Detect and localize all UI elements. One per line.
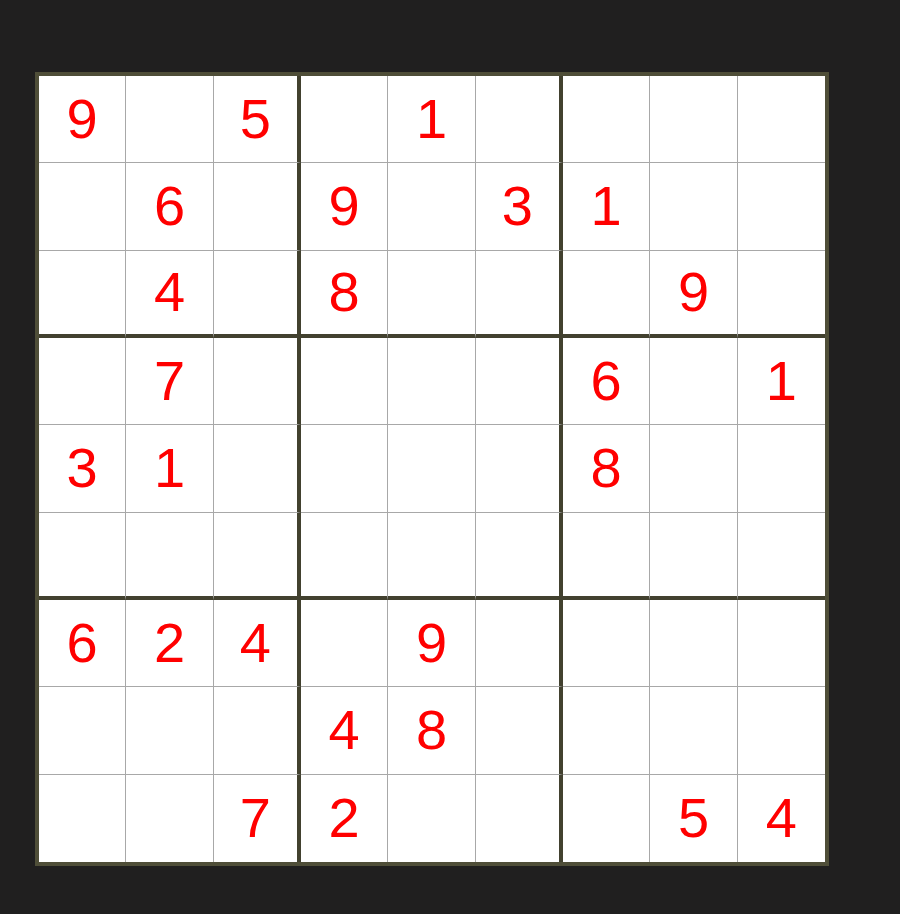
sudoku-cell-r1c9[interactable]: [738, 76, 825, 163]
sudoku-cell-r5c3[interactable]: [214, 425, 301, 512]
sudoku-cell-r3c7[interactable]: [563, 251, 650, 338]
sudoku-cell-r7c3[interactable]: 4: [214, 600, 301, 687]
sudoku-cell-r8c2[interactable]: [126, 687, 213, 774]
cell-digit: 8: [416, 702, 447, 758]
sudoku-cell-r7c1[interactable]: 6: [39, 600, 126, 687]
sudoku-cell-r6c7[interactable]: [563, 513, 650, 600]
sudoku-cell-r5c2[interactable]: 1: [126, 425, 213, 512]
sudoku-cell-r2c1[interactable]: [39, 163, 126, 250]
sudoku-cell-r2c3[interactable]: [214, 163, 301, 250]
sudoku-cell-r4c6[interactable]: [476, 338, 563, 425]
cell-digit: 9: [678, 264, 709, 320]
sudoku-cell-r5c1[interactable]: 3: [39, 425, 126, 512]
cell-digit: 7: [154, 353, 185, 409]
sudoku-cell-r3c5[interactable]: [388, 251, 475, 338]
cell-digit: 8: [591, 440, 622, 496]
sudoku-cell-r4c3[interactable]: [214, 338, 301, 425]
cell-digit: 3: [502, 178, 533, 234]
sudoku-cell-r1c2[interactable]: [126, 76, 213, 163]
cell-digit: 6: [591, 353, 622, 409]
sudoku-cell-r2c2[interactable]: 6: [126, 163, 213, 250]
sudoku-cell-r3c4[interactable]: 8: [301, 251, 388, 338]
sudoku-cell-r5c7[interactable]: 8: [563, 425, 650, 512]
sudoku-cell-r2c7[interactable]: 1: [563, 163, 650, 250]
sudoku-board: 95169314897613186249487254: [35, 72, 829, 866]
sudoku-cell-r5c9[interactable]: [738, 425, 825, 512]
sudoku-cell-r4c5[interactable]: [388, 338, 475, 425]
sudoku-cell-r5c5[interactable]: [388, 425, 475, 512]
cell-digit: 1: [766, 353, 797, 409]
sudoku-cell-r7c5[interactable]: 9: [388, 600, 475, 687]
sudoku-cell-r6c8[interactable]: [650, 513, 737, 600]
sudoku-cell-r3c3[interactable]: [214, 251, 301, 338]
sudoku-cell-r2c6[interactable]: 3: [476, 163, 563, 250]
sudoku-cell-r4c1[interactable]: [39, 338, 126, 425]
sudoku-cell-r7c6[interactable]: [476, 600, 563, 687]
sudoku-cell-r3c9[interactable]: [738, 251, 825, 338]
sudoku-cell-r2c8[interactable]: [650, 163, 737, 250]
sudoku-cell-r8c8[interactable]: [650, 687, 737, 774]
sudoku-cell-r9c7[interactable]: [563, 775, 650, 862]
sudoku-cell-r2c5[interactable]: [388, 163, 475, 250]
cell-digit: 4: [766, 790, 797, 846]
sudoku-cell-r3c8[interactable]: 9: [650, 251, 737, 338]
sudoku-cell-r4c4[interactable]: [301, 338, 388, 425]
sudoku-cell-r9c3[interactable]: 7: [214, 775, 301, 862]
sudoku-cell-r9c9[interactable]: 4: [738, 775, 825, 862]
sudoku-cell-r1c1[interactable]: 9: [39, 76, 126, 163]
sudoku-cell-r6c9[interactable]: [738, 513, 825, 600]
sudoku-cell-r3c1[interactable]: [39, 251, 126, 338]
sudoku-cell-r8c9[interactable]: [738, 687, 825, 774]
sudoku-cell-r1c5[interactable]: 1: [388, 76, 475, 163]
sudoku-cell-r8c7[interactable]: [563, 687, 650, 774]
sudoku-cell-r7c9[interactable]: [738, 600, 825, 687]
sudoku-cell-r5c4[interactable]: [301, 425, 388, 512]
sudoku-cell-r7c2[interactable]: 2: [126, 600, 213, 687]
sudoku-cell-r4c8[interactable]: [650, 338, 737, 425]
sudoku-cell-r9c6[interactable]: [476, 775, 563, 862]
cell-digit: 4: [154, 264, 185, 320]
sudoku-cell-r5c6[interactable]: [476, 425, 563, 512]
sudoku-cell-r6c3[interactable]: [214, 513, 301, 600]
sudoku-cell-r1c8[interactable]: [650, 76, 737, 163]
sudoku-cell-r6c5[interactable]: [388, 513, 475, 600]
sudoku-cell-r6c4[interactable]: [301, 513, 388, 600]
sudoku-cell-r7c4[interactable]: [301, 600, 388, 687]
cell-digit: 8: [329, 264, 360, 320]
sudoku-cell-r9c8[interactable]: 5: [650, 775, 737, 862]
cell-digit: 6: [154, 178, 185, 234]
cell-digit: 4: [240, 615, 271, 671]
sudoku-cell-r1c7[interactable]: [563, 76, 650, 163]
cell-digit: 5: [240, 91, 271, 147]
cell-digit: 1: [591, 178, 622, 234]
cell-digit: 3: [67, 440, 98, 496]
sudoku-cell-r8c3[interactable]: [214, 687, 301, 774]
sudoku-cell-r6c2[interactable]: [126, 513, 213, 600]
sudoku-cell-r5c8[interactable]: [650, 425, 737, 512]
cell-digit: 9: [329, 178, 360, 234]
sudoku-cell-r4c2[interactable]: 7: [126, 338, 213, 425]
sudoku-cell-r4c7[interactable]: 6: [563, 338, 650, 425]
sudoku-cell-r7c7[interactable]: [563, 600, 650, 687]
cell-digit: 9: [416, 615, 447, 671]
sudoku-cell-r9c5[interactable]: [388, 775, 475, 862]
cell-digit: 1: [154, 440, 185, 496]
sudoku-cell-r8c4[interactable]: 4: [301, 687, 388, 774]
sudoku-cell-r9c2[interactable]: [126, 775, 213, 862]
sudoku-cell-r6c6[interactable]: [476, 513, 563, 600]
cell-digit: 7: [240, 790, 271, 846]
sudoku-cell-r1c4[interactable]: [301, 76, 388, 163]
cell-digit: 2: [329, 790, 360, 846]
sudoku-cell-r8c5[interactable]: 8: [388, 687, 475, 774]
sudoku-cell-r4c9[interactable]: 1: [738, 338, 825, 425]
cell-digit: 2: [154, 615, 185, 671]
sudoku-cell-r3c2[interactable]: 4: [126, 251, 213, 338]
sudoku-cell-r9c4[interactable]: 2: [301, 775, 388, 862]
cell-digit: 6: [67, 615, 98, 671]
sudoku-cell-r1c3[interactable]: 5: [214, 76, 301, 163]
sudoku-cell-r2c9[interactable]: [738, 163, 825, 250]
sudoku-cell-r3c6[interactable]: [476, 251, 563, 338]
cell-digit: 4: [329, 702, 360, 758]
sudoku-cell-r1c6[interactable]: [476, 76, 563, 163]
cell-digit: 5: [678, 790, 709, 846]
sudoku-cell-r8c6[interactable]: [476, 687, 563, 774]
cell-digit: 1: [416, 91, 447, 147]
sudoku-cell-r9c1[interactable]: [39, 775, 126, 862]
sudoku-cell-r8c1[interactable]: [39, 687, 126, 774]
sudoku-cell-r2c4[interactable]: 9: [301, 163, 388, 250]
cell-digit: 9: [67, 91, 98, 147]
sudoku-cell-r6c1[interactable]: [39, 513, 126, 600]
sudoku-cell-r7c8[interactable]: [650, 600, 737, 687]
